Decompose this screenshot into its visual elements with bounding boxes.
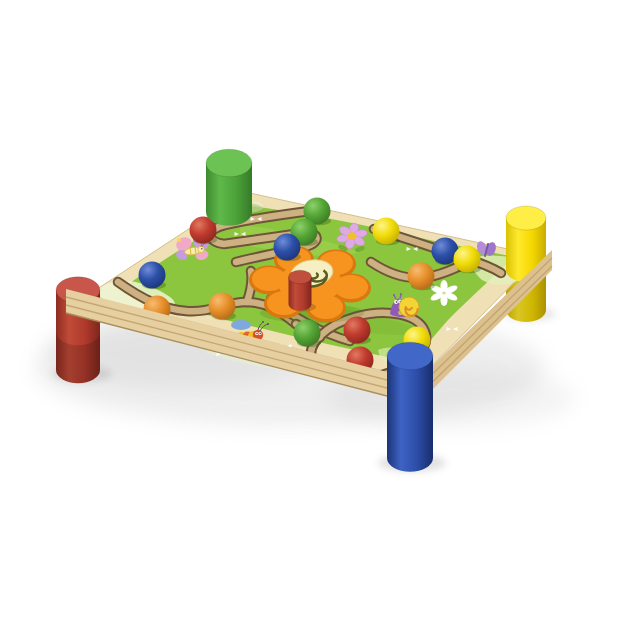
bead-maze-product-photo — [0, 0, 625, 625]
corner-peg-green — [206, 149, 252, 226]
corner-peg-blue — [387, 342, 433, 472]
